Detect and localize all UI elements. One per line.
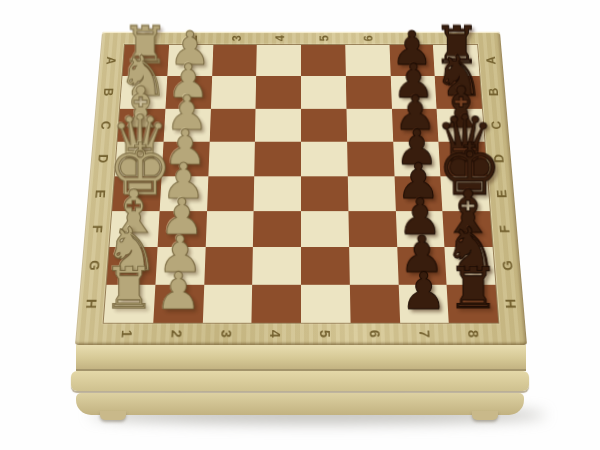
piece-white-pawn-h2[interactable]: ♟ [148, 266, 207, 317]
box-foot-right [472, 411, 498, 420]
box-middle-band [71, 371, 529, 391]
piece-black-rook-h8[interactable]: ♜ [444, 260, 503, 317]
chess-set-photo: AABBCCDDEEFFGGHH1122334455667788 ♜♟♟♜♞♟♟… [0, 0, 600, 450]
chess-box-scene: AABBCCDDEEFFGGHH1122334455667788 ♜♟♟♜♞♟♟… [75, 0, 527, 345]
box-lid-edge [76, 345, 526, 371]
chess-board-frame: AABBCCDDEEFFGGHH1122334455667788 ♜♟♟♜♞♟♟… [75, 32, 527, 345]
chess-pieces-layer: ♜♟♟♜♞♟♟♞♝♟♟♝♛♟♟♛♚♟♟♚♝♟♟♝♞♟♟♞♜♟♟♜ [75, 32, 527, 345]
box-foot-left [100, 411, 126, 420]
box-base-band [76, 393, 524, 415]
